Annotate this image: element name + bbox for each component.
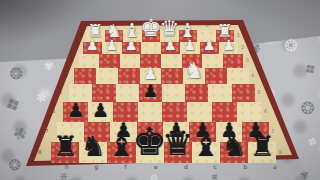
black-knight-b8[interactable]: ♞: [221, 133, 246, 161]
rank-label-right-8: 8: [279, 150, 282, 155]
file-label-bottom-e: e: [154, 164, 158, 170]
white-pawn-f2[interactable]: ♟: [125, 38, 138, 52]
rank-label-left-1: 1: [79, 33, 83, 39]
white-pawn-a2[interactable]: ♟: [223, 38, 236, 52]
black-rook-h8[interactable]: ♜: [53, 133, 78, 161]
rank-label-right-4: 4: [251, 73, 254, 78]
white-pawn-e4[interactable]: ♟: [143, 66, 157, 82]
rank-label-left-2: 2: [75, 45, 79, 51]
rank-label-right-1: 1: [237, 33, 240, 38]
black-pawn-h6[interactable]: ♟: [67, 101, 84, 120]
square-d4[interactable]: [161, 68, 183, 84]
file-label-bottom-f: f: [124, 164, 126, 170]
file-label-bottom-d: d: [184, 164, 188, 170]
photo-scene: ❂✾❖❖✻✾❖❂✾❂❖✻❂✾❖✻❂❖✾ hhggffeeddccbbaa1122…: [0, 0, 320, 180]
white-pawn-c2[interactable]: ♟: [184, 38, 197, 52]
black-knight-g8[interactable]: ♞: [81, 133, 106, 161]
rank-label-left-5: 5: [59, 90, 63, 96]
black-bishop-c8[interactable]: ♝: [192, 130, 220, 161]
black-pawn-g6[interactable]: ♟: [92, 101, 109, 120]
file-label-bottom-a: a: [273, 164, 277, 170]
rank-label-left-8: 8: [38, 150, 42, 156]
file-label-bottom-b: b: [243, 164, 247, 170]
rank-label-left-3: 3: [70, 58, 74, 64]
square-d3[interactable]: [161, 54, 182, 68]
square-f3[interactable]: [120, 54, 141, 68]
rank-label-right-2: 2: [241, 45, 244, 50]
square-a5[interactable]: [232, 84, 255, 102]
white-pawn-g2[interactable]: ♟: [106, 38, 119, 52]
white-king-e1[interactable]: ♚: [140, 16, 162, 40]
square-e2[interactable]: [141, 42, 160, 54]
rank-label-left-4: 4: [65, 73, 69, 79]
white-knight-c4[interactable]: ♞: [184, 60, 204, 82]
square-c5[interactable]: [185, 84, 208, 102]
square-f4[interactable]: [118, 68, 140, 84]
rank-row-4: [74, 68, 248, 84]
rank-label-left-7: 7: [45, 129, 49, 135]
white-pawn-d2[interactable]: ♟: [164, 38, 177, 52]
file-label-bottom-c: c: [214, 164, 217, 170]
square-b4[interactable]: [205, 68, 227, 84]
black-queen-d8[interactable]: ♛: [162, 126, 193, 161]
square-b5[interactable]: [208, 84, 231, 102]
file-label-top-b: b: [206, 24, 209, 29]
square-h3[interactable]: [79, 54, 100, 68]
square-e6[interactable]: [138, 102, 163, 122]
black-pawn-e5[interactable]: ♟: [143, 83, 158, 100]
rank-label-left-6: 6: [52, 109, 56, 115]
square-d5[interactable]: [162, 84, 185, 102]
square-h4[interactable]: [74, 68, 96, 84]
square-g4[interactable]: [96, 68, 118, 84]
rank-label-right-3: 3: [246, 58, 249, 63]
file-label-bottom-h: h: [65, 164, 69, 170]
black-bishop-f8[interactable]: ♝: [108, 130, 136, 161]
black-rook-a8[interactable]: ♜: [250, 133, 275, 161]
white-pawn-b2[interactable]: ♟: [203, 38, 216, 52]
square-f5[interactable]: [116, 84, 139, 102]
square-b3[interactable]: [202, 54, 223, 68]
white-pawn-h2[interactable]: ♟: [86, 38, 99, 52]
square-g3[interactable]: [99, 54, 120, 68]
cloth-motif: ✾: [43, 59, 55, 72]
square-a3[interactable]: [223, 54, 244, 68]
rank-row-3: [79, 54, 244, 68]
square-a4[interactable]: [227, 68, 249, 84]
rank-label-right-5: 5: [257, 90, 260, 95]
rank-label-right-6: 6: [264, 109, 267, 114]
file-label-bottom-g: g: [95, 164, 99, 170]
